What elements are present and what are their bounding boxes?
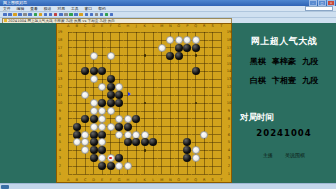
toolbar-icon[interactable] [110, 13, 114, 17]
board-point-A8[interactable] [64, 115, 73, 123]
board-point-N19[interactable] [166, 28, 175, 36]
board-point-N14[interactable] [166, 67, 175, 75]
toolbar-icon[interactable] [23, 13, 27, 17]
board-point-H7[interactable] [124, 123, 133, 131]
board-point-E15[interactable] [98, 60, 107, 68]
board-point-L12[interactable] [149, 83, 158, 91]
board-point-P3[interactable] [183, 154, 192, 162]
board-point-T8[interactable] [217, 115, 226, 123]
toolbar-icon[interactable] [39, 13, 43, 17]
board-point-Q1[interactable] [192, 170, 201, 178]
board-point-L14[interactable] [149, 67, 158, 75]
board-point-G15[interactable] [115, 60, 124, 68]
board-point-M14[interactable] [158, 67, 167, 75]
board-point-P11[interactable] [183, 91, 192, 99]
board-point-Q12[interactable] [192, 83, 201, 91]
board-point-C13[interactable] [81, 75, 90, 83]
board-point-E11[interactable] [98, 91, 107, 99]
board-point-R3[interactable] [200, 154, 209, 162]
menu-item[interactable]: 查看 [27, 7, 41, 11]
board-point-T2[interactable] [217, 162, 226, 170]
board-point-J8[interactable] [132, 115, 141, 123]
board-point-M10[interactable] [158, 99, 167, 107]
board-point-E10[interactable] [98, 99, 107, 107]
board-point-M4[interactable] [158, 146, 167, 154]
board-point-Q15[interactable] [192, 60, 201, 68]
board-point-M3[interactable] [158, 154, 167, 162]
board-point-C2[interactable] [81, 162, 90, 170]
board-point-M16[interactable] [158, 52, 167, 60]
board-point-A3[interactable] [64, 154, 73, 162]
board-point-T5[interactable] [217, 138, 226, 146]
board-point-J13[interactable] [132, 75, 141, 83]
board-point-D4[interactable] [90, 146, 99, 154]
board-point-N3[interactable] [166, 154, 175, 162]
board-point-L8[interactable] [149, 115, 158, 123]
board-point-B14[interactable] [73, 67, 82, 75]
board-point-L9[interactable] [149, 107, 158, 115]
board-point-T9[interactable] [217, 107, 226, 115]
board-point-D2[interactable] [90, 162, 99, 170]
board-point-F3[interactable] [107, 154, 116, 162]
board-point-R12[interactable] [200, 83, 209, 91]
board-point-R8[interactable] [200, 115, 209, 123]
menu-item[interactable]: 帮助 [95, 7, 109, 11]
board-point-Q19[interactable] [192, 28, 201, 36]
board-point-R11[interactable] [200, 91, 209, 99]
board-point-H9[interactable] [124, 107, 133, 115]
board-point-R10[interactable] [200, 99, 209, 107]
board-point-C11[interactable] [81, 91, 90, 99]
board-point-D16[interactable] [90, 52, 99, 60]
board-point-R13[interactable] [200, 75, 209, 83]
board-point-A15[interactable] [64, 60, 73, 68]
board-point-S5[interactable] [209, 138, 218, 146]
board-point-G8[interactable] [115, 115, 124, 123]
board-point-P16[interactable] [183, 52, 192, 60]
board-point-J4[interactable] [132, 146, 141, 154]
board-point-C16[interactable] [81, 52, 90, 60]
board-point-J17[interactable] [132, 44, 141, 52]
board-point-O12[interactable] [175, 83, 184, 91]
board-point-P18[interactable] [183, 36, 192, 44]
board-point-O3[interactable] [175, 154, 184, 162]
go-board[interactable]: ABCDEFGHJKLMNOPQRST ABCDEFGHJKLMNOPQRST … [56, 23, 232, 183]
board-point-G1[interactable] [115, 170, 124, 178]
board-point-A10[interactable] [64, 99, 73, 107]
board-point-N7[interactable] [166, 123, 175, 131]
board-point-T4[interactable] [217, 146, 226, 154]
board-point-O11[interactable] [175, 91, 184, 99]
board-point-K1[interactable] [141, 170, 150, 178]
board-point-S16[interactable] [209, 52, 218, 60]
toolbar-icon[interactable] [79, 13, 83, 17]
board-point-B15[interactable] [73, 60, 82, 68]
board-point-L16[interactable] [149, 52, 158, 60]
board-point-A9[interactable] [64, 107, 73, 115]
board-point-Q8[interactable] [192, 115, 201, 123]
board-point-P5[interactable] [183, 138, 192, 146]
board-point-K9[interactable] [141, 107, 150, 115]
board-point-J19[interactable] [132, 28, 141, 36]
board-point-E4[interactable] [98, 146, 107, 154]
board-point-K12[interactable] [141, 83, 150, 91]
board-point-E19[interactable] [98, 28, 107, 36]
board-point-Q16[interactable] [192, 52, 201, 60]
board-point-L10[interactable] [149, 99, 158, 107]
board-point-B10[interactable] [73, 99, 82, 107]
board-point-S17[interactable] [209, 44, 218, 52]
board-point-J14[interactable] [132, 67, 141, 75]
board-point-N9[interactable] [166, 107, 175, 115]
board-point-T19[interactable] [217, 28, 226, 36]
board-point-B1[interactable] [73, 170, 82, 178]
board-point-O14[interactable] [175, 67, 184, 75]
menu-item[interactable]: 工具 [68, 7, 82, 11]
board-point-T12[interactable] [217, 83, 226, 91]
board-point-L4[interactable] [149, 146, 158, 154]
board-point-A18[interactable] [64, 36, 73, 44]
toolbar-icon[interactable] [69, 13, 73, 17]
board-point-B6[interactable] [73, 131, 82, 139]
board-point-P7[interactable] [183, 123, 192, 131]
board-point-C19[interactable] [81, 28, 90, 36]
board-point-H16[interactable] [124, 52, 133, 60]
board-point-F15[interactable] [107, 60, 116, 68]
menu-item[interactable]: 文件 [0, 7, 14, 11]
board-point-L13[interactable] [149, 75, 158, 83]
board-point-H8[interactable] [124, 115, 133, 123]
board-point-N5[interactable] [166, 138, 175, 146]
toolbar-icon[interactable] [49, 13, 53, 17]
board-point-H19[interactable] [124, 28, 133, 36]
board-point-A6[interactable] [64, 131, 73, 139]
board-point-L3[interactable] [149, 154, 158, 162]
board-point-O13[interactable] [175, 75, 184, 83]
board-point-P9[interactable] [183, 107, 192, 115]
board-point-T16[interactable] [217, 52, 226, 60]
board-point-D15[interactable] [90, 60, 99, 68]
board-point-J11[interactable] [132, 91, 141, 99]
board-grid[interactable] [64, 28, 226, 178]
board-point-E18[interactable] [98, 36, 107, 44]
board-point-E3[interactable] [98, 154, 107, 162]
board-point-E16[interactable] [98, 52, 107, 60]
board-point-O19[interactable] [175, 28, 184, 36]
board-point-D10[interactable] [90, 99, 99, 107]
board-point-L6[interactable] [149, 131, 158, 139]
board-point-S13[interactable] [209, 75, 218, 83]
board-point-F19[interactable] [107, 28, 116, 36]
board-point-D9[interactable] [90, 107, 99, 115]
board-point-S14[interactable] [209, 67, 218, 75]
board-point-O5[interactable] [175, 138, 184, 146]
board-point-G9[interactable] [115, 107, 124, 115]
toolbar-icon[interactable] [74, 13, 78, 17]
board-point-Q7[interactable] [192, 123, 201, 131]
board-point-Q2[interactable] [192, 162, 201, 170]
board-point-H6[interactable] [124, 131, 133, 139]
board-point-K15[interactable] [141, 60, 150, 68]
board-point-F5[interactable] [107, 138, 116, 146]
board-point-P13[interactable] [183, 75, 192, 83]
board-point-T11[interactable] [217, 91, 226, 99]
board-point-P15[interactable] [183, 60, 192, 68]
board-point-K8[interactable] [141, 115, 150, 123]
board-point-K19[interactable] [141, 28, 150, 36]
board-point-G12[interactable] [115, 83, 124, 91]
board-point-D3[interactable] [90, 154, 99, 162]
board-point-Q3[interactable] [192, 154, 201, 162]
board-point-K7[interactable] [141, 123, 150, 131]
board-point-R17[interactable] [200, 44, 209, 52]
board-point-R7[interactable] [200, 123, 209, 131]
board-point-L17[interactable] [149, 44, 158, 52]
board-point-F14[interactable] [107, 67, 116, 75]
board-point-E17[interactable] [98, 44, 107, 52]
board-point-D14[interactable] [90, 67, 99, 75]
board-point-S18[interactable] [209, 36, 218, 44]
board-point-H13[interactable] [124, 75, 133, 83]
menu-item[interactable]: 窗口 [82, 7, 96, 11]
board-point-S4[interactable] [209, 146, 218, 154]
board-point-E13[interactable] [98, 75, 107, 83]
board-point-B11[interactable] [73, 91, 82, 99]
board-point-D13[interactable] [90, 75, 99, 83]
board-point-C6[interactable] [81, 131, 90, 139]
board-point-L19[interactable] [149, 28, 158, 36]
board-point-Q14[interactable] [192, 67, 201, 75]
board-point-B13[interactable] [73, 75, 82, 83]
board-point-R18[interactable] [200, 36, 209, 44]
board-point-R19[interactable] [200, 28, 209, 36]
board-point-P8[interactable] [183, 115, 192, 123]
toolbar-icon[interactable] [54, 13, 58, 17]
board-point-T3[interactable] [217, 154, 226, 162]
board-point-F9[interactable] [107, 107, 116, 115]
board-point-P2[interactable] [183, 162, 192, 170]
board-point-K6[interactable] [141, 131, 150, 139]
board-point-O6[interactable] [175, 131, 184, 139]
board-point-K18[interactable] [141, 36, 150, 44]
board-point-M15[interactable] [158, 60, 167, 68]
board-point-K17[interactable] [141, 44, 150, 52]
board-point-D6[interactable] [90, 131, 99, 139]
board-point-H17[interactable] [124, 44, 133, 52]
board-point-P14[interactable] [183, 67, 192, 75]
board-point-G7[interactable] [115, 123, 124, 131]
board-point-Q9[interactable] [192, 107, 201, 115]
board-point-D8[interactable] [90, 115, 99, 123]
board-point-T14[interactable] [217, 67, 226, 75]
board-point-R1[interactable] [200, 170, 209, 178]
board-point-S19[interactable] [209, 28, 218, 36]
board-point-M18[interactable] [158, 36, 167, 44]
board-point-C18[interactable] [81, 36, 90, 44]
board-point-R14[interactable] [200, 67, 209, 75]
board-point-F16[interactable] [107, 52, 116, 60]
board-point-N18[interactable] [166, 36, 175, 44]
board-point-C9[interactable] [81, 107, 90, 115]
board-point-K11[interactable] [141, 91, 150, 99]
board-point-C12[interactable] [81, 83, 90, 91]
board-point-M1[interactable] [158, 170, 167, 178]
board-point-E14[interactable] [98, 67, 107, 75]
board-point-R2[interactable] [200, 162, 209, 170]
board-point-A19[interactable] [64, 28, 73, 36]
board-point-O10[interactable] [175, 99, 184, 107]
board-point-R9[interactable] [200, 107, 209, 115]
board-point-E5[interactable] [98, 138, 107, 146]
board-point-M8[interactable] [158, 115, 167, 123]
board-point-G2[interactable] [115, 162, 124, 170]
board-point-P12[interactable] [183, 83, 192, 91]
board-point-G3[interactable] [115, 154, 124, 162]
board-point-G16[interactable] [115, 52, 124, 60]
board-point-S15[interactable] [209, 60, 218, 68]
board-point-G18[interactable] [115, 36, 124, 44]
board-point-K3[interactable] [141, 154, 150, 162]
board-point-M12[interactable] [158, 83, 167, 91]
board-point-J1[interactable] [132, 170, 141, 178]
board-point-T1[interactable] [217, 170, 226, 178]
board-point-Q6[interactable] [192, 131, 201, 139]
board-point-G5[interactable] [115, 138, 124, 146]
board-point-G13[interactable] [115, 75, 124, 83]
board-point-T15[interactable] [217, 60, 226, 68]
board-point-D18[interactable] [90, 36, 99, 44]
board-point-N15[interactable] [166, 60, 175, 68]
board-point-O1[interactable] [175, 170, 184, 178]
board-point-F10[interactable] [107, 99, 116, 107]
board-point-C1[interactable] [81, 170, 90, 178]
board-point-E8[interactable] [98, 115, 107, 123]
board-point-F18[interactable] [107, 36, 116, 44]
board-point-F6[interactable] [107, 131, 116, 139]
board-point-R16[interactable] [200, 52, 209, 60]
board-point-K13[interactable] [141, 75, 150, 83]
board-point-N4[interactable] [166, 146, 175, 154]
menu-item[interactable]: 对局 [54, 7, 68, 11]
board-point-N6[interactable] [166, 131, 175, 139]
board-point-O17[interactable] [175, 44, 184, 52]
board-point-T17[interactable] [217, 44, 226, 52]
board-point-P10[interactable] [183, 99, 192, 107]
board-point-J12[interactable] [132, 83, 141, 91]
board-point-M7[interactable] [158, 123, 167, 131]
board-point-G10[interactable] [115, 99, 124, 107]
board-point-H12[interactable] [124, 83, 133, 91]
board-point-L7[interactable] [149, 123, 158, 131]
board-point-S6[interactable] [209, 131, 218, 139]
toolbar-icon[interactable] [28, 13, 32, 17]
board-point-Q4[interactable] [192, 146, 201, 154]
board-point-E2[interactable] [98, 162, 107, 170]
board-point-K4[interactable] [141, 146, 150, 154]
board-point-A14[interactable] [64, 67, 73, 75]
board-point-Q5[interactable] [192, 138, 201, 146]
board-point-D12[interactable] [90, 83, 99, 91]
board-point-F1[interactable] [107, 170, 116, 178]
board-point-B9[interactable] [73, 107, 82, 115]
board-point-D19[interactable] [90, 28, 99, 36]
board-point-D7[interactable] [90, 123, 99, 131]
toolbar-icon[interactable] [3, 13, 7, 17]
board-point-O7[interactable] [175, 123, 184, 131]
board-point-G19[interactable] [115, 28, 124, 36]
board-point-Q17[interactable] [192, 44, 201, 52]
board-point-L11[interactable] [149, 91, 158, 99]
board-point-G14[interactable] [115, 67, 124, 75]
toolbar-icon[interactable] [100, 13, 104, 17]
board-point-M11[interactable] [158, 91, 167, 99]
board-point-D5[interactable] [90, 138, 99, 146]
board-point-L15[interactable] [149, 60, 158, 68]
board-point-N12[interactable] [166, 83, 175, 91]
board-point-E7[interactable] [98, 123, 107, 131]
board-point-G6[interactable] [115, 131, 124, 139]
board-point-N1[interactable] [166, 170, 175, 178]
board-point-P17[interactable] [183, 44, 192, 52]
board-point-P6[interactable] [183, 131, 192, 139]
board-point-R15[interactable] [200, 60, 209, 68]
board-point-B18[interactable] [73, 36, 82, 44]
board-point-N17[interactable] [166, 44, 175, 52]
board-point-S7[interactable] [209, 123, 218, 131]
board-point-A1[interactable] [64, 170, 73, 178]
board-point-P1[interactable] [183, 170, 192, 178]
board-point-H3[interactable] [124, 154, 133, 162]
board-point-H10[interactable] [124, 99, 133, 107]
board-point-J9[interactable] [132, 107, 141, 115]
board-point-F17[interactable] [107, 44, 116, 52]
board-point-H14[interactable] [124, 67, 133, 75]
board-point-J3[interactable] [132, 154, 141, 162]
toolbar-icon[interactable] [18, 13, 22, 17]
board-point-N10[interactable] [166, 99, 175, 107]
board-point-T13[interactable] [217, 75, 226, 83]
board-point-T6[interactable] [217, 131, 226, 139]
board-point-M13[interactable] [158, 75, 167, 83]
toolbar-icon[interactable] [85, 13, 89, 17]
board-point-B17[interactable] [73, 44, 82, 52]
board-point-O18[interactable] [175, 36, 184, 44]
board-point-D11[interactable] [90, 91, 99, 99]
board-point-B7[interactable] [73, 123, 82, 131]
board-point-C3[interactable] [81, 154, 90, 162]
board-point-C7[interactable] [81, 123, 90, 131]
board-point-B5[interactable] [73, 138, 82, 146]
board-point-Q10[interactable] [192, 99, 201, 107]
board-point-L1[interactable] [149, 170, 158, 178]
board-point-J16[interactable] [132, 52, 141, 60]
board-point-N11[interactable] [166, 91, 175, 99]
board-point-K2[interactable] [141, 162, 150, 170]
board-point-T10[interactable] [217, 99, 226, 107]
board-point-E12[interactable] [98, 83, 107, 91]
board-point-B16[interactable] [73, 52, 82, 60]
board-point-F8[interactable] [107, 115, 116, 123]
board-point-S10[interactable] [209, 99, 218, 107]
board-point-E6[interactable] [98, 131, 107, 139]
board-point-P19[interactable] [183, 28, 192, 36]
board-point-M2[interactable] [158, 162, 167, 170]
board-point-P4[interactable] [183, 146, 192, 154]
board-point-N2[interactable] [166, 162, 175, 170]
board-point-O4[interactable] [175, 146, 184, 154]
board-point-A17[interactable] [64, 44, 73, 52]
board-point-M19[interactable] [158, 28, 167, 36]
